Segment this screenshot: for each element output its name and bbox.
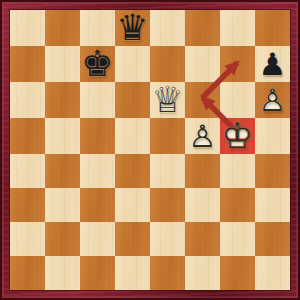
square-h3[interactable] <box>255 188 290 222</box>
chess-board: ♛♚♟♛♕♟♙♟♙♚♔ <box>10 10 290 290</box>
square-g3[interactable] <box>220 188 255 222</box>
square-a2[interactable] <box>10 222 45 256</box>
square-h5[interactable] <box>255 118 290 154</box>
square-d4[interactable] <box>115 154 150 188</box>
board-frame: ♛♚♟♛♕♟♙♟♙♚♔ <box>0 0 300 300</box>
square-d2[interactable] <box>115 222 150 256</box>
square-a4[interactable] <box>10 154 45 188</box>
piece-outline: ♙ <box>259 82 287 118</box>
square-d5[interactable] <box>115 118 150 154</box>
square-e3[interactable] <box>150 188 185 222</box>
square-d1[interactable] <box>115 256 150 290</box>
square-b1[interactable] <box>45 256 80 290</box>
square-c3[interactable] <box>80 188 115 222</box>
square-c8[interactable] <box>80 10 115 46</box>
square-e6[interactable]: ♛♕ <box>150 82 185 118</box>
square-b6[interactable] <box>45 82 80 118</box>
square-h6[interactable]: ♟♙ <box>255 82 290 118</box>
square-c4[interactable] <box>80 154 115 188</box>
square-d8[interactable]: ♛ <box>115 10 150 46</box>
square-d3[interactable] <box>115 188 150 222</box>
square-h8[interactable] <box>255 10 290 46</box>
square-f3[interactable] <box>185 188 220 222</box>
square-a1[interactable] <box>10 256 45 290</box>
square-g7[interactable] <box>220 46 255 82</box>
square-f8[interactable] <box>185 10 220 46</box>
square-c6[interactable] <box>80 82 115 118</box>
square-c1[interactable] <box>80 256 115 290</box>
square-h7[interactable]: ♟ <box>255 46 290 82</box>
square-g8[interactable] <box>220 10 255 46</box>
square-a3[interactable] <box>10 188 45 222</box>
square-d6[interactable] <box>115 82 150 118</box>
square-c7[interactable]: ♚ <box>80 46 115 82</box>
square-b7[interactable] <box>45 46 80 82</box>
piece-outline: ♔ <box>221 115 253 156</box>
square-g1[interactable] <box>220 256 255 290</box>
square-c2[interactable] <box>80 222 115 256</box>
square-a7[interactable] <box>10 46 45 82</box>
square-a8[interactable] <box>10 10 45 46</box>
piece-black-king-c7[interactable]: ♚ <box>81 46 113 82</box>
piece-white-king-g5[interactable]: ♚♔ <box>221 118 253 154</box>
square-g6[interactable] <box>220 82 255 118</box>
square-h4[interactable] <box>255 154 290 188</box>
piece-outline: ♙ <box>189 118 217 154</box>
square-a5[interactable] <box>10 118 45 154</box>
square-h2[interactable] <box>255 222 290 256</box>
square-b5[interactable] <box>45 118 80 154</box>
square-f6[interactable] <box>185 82 220 118</box>
square-d7[interactable] <box>115 46 150 82</box>
square-e8[interactable] <box>150 10 185 46</box>
square-a6[interactable] <box>10 82 45 118</box>
square-e7[interactable] <box>150 46 185 82</box>
piece-outline: ♕ <box>151 79 183 120</box>
square-b4[interactable] <box>45 154 80 188</box>
square-f7[interactable] <box>185 46 220 82</box>
square-f4[interactable] <box>185 154 220 188</box>
square-b8[interactable] <box>45 10 80 46</box>
square-f2[interactable] <box>185 222 220 256</box>
piece-black-pawn-h7[interactable]: ♟ <box>259 49 287 80</box>
square-g5-highlighted[interactable]: ♚♔ <box>220 118 255 154</box>
square-h1[interactable] <box>255 256 290 290</box>
piece-white-queen-e6[interactable]: ♛♕ <box>151 82 183 118</box>
square-b3[interactable] <box>45 188 80 222</box>
square-g2[interactable] <box>220 222 255 256</box>
piece-white-pawn-f5[interactable]: ♟♙ <box>189 121 217 152</box>
square-c5[interactable] <box>80 118 115 154</box>
square-e5[interactable] <box>150 118 185 154</box>
square-e2[interactable] <box>150 222 185 256</box>
square-b2[interactable] <box>45 222 80 256</box>
square-f1[interactable] <box>185 256 220 290</box>
square-f5[interactable]: ♟♙ <box>185 118 220 154</box>
square-g4[interactable] <box>220 154 255 188</box>
piece-black-queen-d8[interactable]: ♛ <box>116 10 148 46</box>
square-e1[interactable] <box>150 256 185 290</box>
square-e4[interactable] <box>150 154 185 188</box>
piece-white-pawn-h6[interactable]: ♟♙ <box>259 85 287 116</box>
